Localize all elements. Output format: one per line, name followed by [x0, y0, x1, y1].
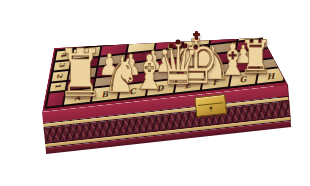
- board-square: [126, 51, 153, 62]
- board-square: [238, 29, 265, 40]
- file-label: C: [119, 83, 147, 99]
- board-square: [234, 50, 261, 61]
- brass-clasp: [194, 94, 227, 117]
- file-label: H: [257, 68, 285, 84]
- board-square: [128, 41, 155, 52]
- chess-set-photo: 4321ABCDEFGH ♜♟♞♟♟♝♟♛♚♞♝♟♜: [0, 0, 310, 186]
- file-label: D: [147, 80, 175, 96]
- board-square: [266, 26, 293, 37]
- board-square: [69, 68, 96, 79]
- board-square: [264, 36, 291, 47]
- board-square: [122, 72, 149, 83]
- board-square: [67, 78, 94, 89]
- board-square: [73, 47, 100, 58]
- board-square: [177, 66, 204, 77]
- board-square: [183, 35, 210, 46]
- board-square: [179, 56, 206, 67]
- file-label: B: [92, 86, 120, 102]
- board-square: [181, 45, 208, 56]
- board-square: [71, 57, 98, 68]
- board-square: [156, 38, 183, 49]
- board-square: [152, 59, 179, 70]
- board-square: [236, 39, 263, 50]
- rank-label: 3: [54, 60, 71, 70]
- board-square: [124, 62, 151, 73]
- file-label: G: [230, 71, 258, 87]
- board-square: [98, 54, 125, 65]
- board-square: [100, 44, 127, 55]
- file-label: F: [202, 74, 230, 90]
- rank-label: 1: [50, 81, 67, 91]
- board-square: [150, 69, 177, 80]
- board-square: [154, 48, 181, 59]
- king-maroon-finial: [195, 31, 198, 40]
- rank-label: 4: [56, 50, 73, 60]
- board-square: [94, 75, 121, 86]
- board-square: [233, 60, 260, 71]
- file-label: A: [64, 89, 92, 105]
- board-margin-corner: [47, 92, 64, 107]
- board-square: [96, 65, 123, 76]
- file-label: E: [174, 77, 202, 93]
- board-square: [262, 47, 289, 58]
- clasp-seam: [198, 102, 223, 106]
- clasp-keyhole-icon: [209, 106, 212, 109]
- rank-label: 2: [52, 71, 69, 81]
